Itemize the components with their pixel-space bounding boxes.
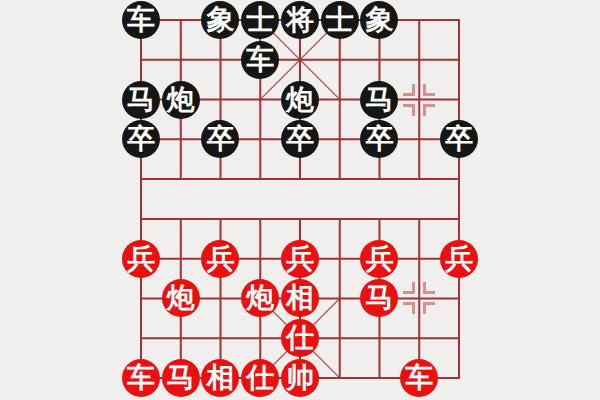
piece-layer: 车象士将士象车马炮炮马卒卒卒卒卒兵兵兵兵兵炮炮相马仕车马相仕帅车 <box>121 0 479 398</box>
piece-red-cannon[interactable]: 炮 <box>241 279 279 317</box>
piece-red-chariot[interactable]: 车 <box>122 359 160 397</box>
marker-corner-bracket <box>403 84 415 96</box>
marker-corner-bracket <box>423 302 435 314</box>
piece-red-general[interactable]: 帅 <box>281 359 319 397</box>
marker-corner-bracket <box>403 104 415 116</box>
piece-red-advisor[interactable]: 仕 <box>281 319 319 357</box>
piece-red-elephant[interactable]: 相 <box>281 279 319 317</box>
piece-black-cannon[interactable]: 炮 <box>281 81 319 119</box>
piece-black-general[interactable]: 将 <box>281 1 319 39</box>
piece-red-horse[interactable]: 马 <box>162 359 200 397</box>
piece-red-cannon[interactable]: 炮 <box>162 279 200 317</box>
piece-black-elephant[interactable]: 象 <box>360 1 398 39</box>
piece-black-horse[interactable]: 马 <box>360 81 398 119</box>
piece-red-soldier[interactable]: 兵 <box>122 240 160 278</box>
piece-black-advisor[interactable]: 士 <box>321 1 359 39</box>
piece-black-soldier[interactable]: 卒 <box>201 120 239 158</box>
piece-black-chariot[interactable]: 车 <box>122 1 160 39</box>
piece-black-chariot[interactable]: 车 <box>241 41 279 79</box>
piece-red-soldier[interactable]: 兵 <box>201 240 239 278</box>
piece-red-soldier[interactable]: 兵 <box>440 240 478 278</box>
move-origin-marker <box>399 278 439 318</box>
marker-corner-bracket <box>423 84 435 96</box>
piece-red-soldier[interactable]: 兵 <box>281 240 319 278</box>
piece-black-horse[interactable]: 马 <box>122 81 160 119</box>
piece-black-soldier[interactable]: 卒 <box>360 120 398 158</box>
move-origin-marker <box>399 80 439 120</box>
marker-corner-bracket <box>403 302 415 314</box>
piece-black-soldier[interactable]: 卒 <box>440 120 478 158</box>
marker-corner-bracket <box>423 104 435 116</box>
marker-corner-bracket <box>423 282 435 294</box>
piece-black-soldier[interactable]: 卒 <box>122 120 160 158</box>
piece-red-horse[interactable]: 马 <box>360 279 398 317</box>
marker-corner-bracket <box>403 282 415 294</box>
xiangqi-board: 车象士将士象车马炮炮马卒卒卒卒卒兵兵兵兵兵炮炮相马仕车马相仕帅车 <box>0 0 600 400</box>
piece-red-chariot[interactable]: 车 <box>400 359 438 397</box>
piece-black-soldier[interactable]: 卒 <box>281 120 319 158</box>
piece-red-elephant[interactable]: 相 <box>201 359 239 397</box>
piece-black-advisor[interactable]: 士 <box>241 1 279 39</box>
piece-black-elephant[interactable]: 象 <box>201 1 239 39</box>
piece-red-advisor[interactable]: 仕 <box>241 359 279 397</box>
piece-red-soldier[interactable]: 兵 <box>360 240 398 278</box>
piece-black-cannon[interactable]: 炮 <box>162 81 200 119</box>
